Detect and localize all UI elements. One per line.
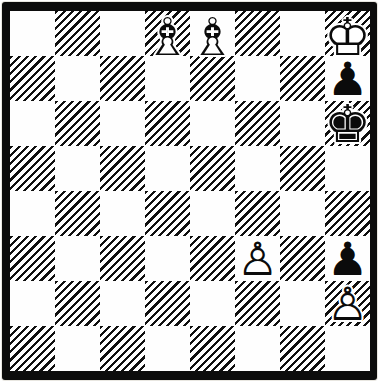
board-frame: ♝♗♝♗♚♔♟♟♚♚♟♙♟♟♟♙ bbox=[2, 2, 377, 380]
square-g3 bbox=[280, 236, 325, 281]
square-b4 bbox=[55, 191, 100, 236]
white-bishop-fill-icon: ♝ bbox=[190, 11, 235, 56]
square-g7 bbox=[280, 56, 325, 101]
white-bishop-icon: ♗ bbox=[190, 11, 235, 56]
square-a2 bbox=[10, 281, 55, 326]
square-a3 bbox=[10, 236, 55, 281]
black-pawn-icon: ♟ bbox=[325, 236, 370, 281]
square-f2 bbox=[235, 281, 280, 326]
white-pawn-fill-icon: ♟ bbox=[325, 281, 370, 326]
square-a1 bbox=[10, 326, 55, 371]
square-e2 bbox=[190, 281, 235, 326]
square-f1 bbox=[235, 326, 280, 371]
square-e6 bbox=[190, 101, 235, 146]
chess-board: ♝♗♝♗♚♔♟♟♚♚♟♙♟♟♟♙ bbox=[10, 11, 370, 371]
black-king-icon: ♚ bbox=[325, 101, 370, 146]
white-bishop-icon: ♗ bbox=[145, 11, 190, 56]
square-c7 bbox=[100, 56, 145, 101]
square-c4 bbox=[100, 191, 145, 236]
white-pawn-icon: ♙ bbox=[235, 236, 280, 281]
square-b3 bbox=[55, 236, 100, 281]
square-c5 bbox=[100, 146, 145, 191]
square-g4 bbox=[280, 191, 325, 236]
square-a5 bbox=[10, 146, 55, 191]
square-e5 bbox=[190, 146, 235, 191]
square-b1 bbox=[55, 326, 100, 371]
square-e7 bbox=[190, 56, 235, 101]
square-c1 bbox=[100, 326, 145, 371]
white-pawn-fill-icon: ♟ bbox=[235, 236, 280, 281]
square-b7 bbox=[55, 56, 100, 101]
square-g1 bbox=[280, 326, 325, 371]
square-f3: ♟♙ bbox=[235, 236, 280, 281]
black-pawn-fill-icon: ♟ bbox=[325, 236, 370, 281]
square-g2 bbox=[280, 281, 325, 326]
square-f6 bbox=[235, 101, 280, 146]
square-g8 bbox=[280, 11, 325, 56]
square-b2 bbox=[55, 281, 100, 326]
white-king-icon: ♔ bbox=[325, 11, 370, 56]
square-f7 bbox=[235, 56, 280, 101]
square-e4 bbox=[190, 191, 235, 236]
square-f5 bbox=[235, 146, 280, 191]
square-a7 bbox=[10, 56, 55, 101]
square-h2: ♟♙ bbox=[325, 281, 370, 326]
square-b5 bbox=[55, 146, 100, 191]
square-c8 bbox=[100, 11, 145, 56]
square-e1 bbox=[190, 326, 235, 371]
square-c6 bbox=[100, 101, 145, 146]
square-b6 bbox=[55, 101, 100, 146]
square-g6 bbox=[280, 101, 325, 146]
square-h3: ♟♟ bbox=[325, 236, 370, 281]
square-e8: ♝♗ bbox=[190, 11, 235, 56]
square-c3 bbox=[100, 236, 145, 281]
square-d6 bbox=[145, 101, 190, 146]
square-d2 bbox=[145, 281, 190, 326]
square-d7 bbox=[145, 56, 190, 101]
square-d8: ♝♗ bbox=[145, 11, 190, 56]
square-a6 bbox=[10, 101, 55, 146]
square-d5 bbox=[145, 146, 190, 191]
white-bishop-fill-icon: ♝ bbox=[145, 11, 190, 56]
square-f4 bbox=[235, 191, 280, 236]
square-h5 bbox=[325, 146, 370, 191]
black-pawn-icon: ♟ bbox=[325, 56, 370, 101]
square-h8: ♚♔ bbox=[325, 11, 370, 56]
square-e3 bbox=[190, 236, 235, 281]
black-pawn-fill-icon: ♟ bbox=[325, 56, 370, 101]
square-d4 bbox=[145, 191, 190, 236]
white-king-fill-icon: ♚ bbox=[325, 11, 370, 56]
square-f8 bbox=[235, 11, 280, 56]
square-h6: ♚♚ bbox=[325, 101, 370, 146]
white-pawn-icon: ♙ bbox=[325, 281, 370, 326]
square-a8 bbox=[10, 11, 55, 56]
black-king-fill-icon: ♚ bbox=[325, 101, 370, 146]
square-d1 bbox=[145, 326, 190, 371]
square-a4 bbox=[10, 191, 55, 236]
square-d3 bbox=[145, 236, 190, 281]
square-c2 bbox=[100, 281, 145, 326]
square-g5 bbox=[280, 146, 325, 191]
square-b8 bbox=[55, 11, 100, 56]
square-h7: ♟♟ bbox=[325, 56, 370, 101]
chess-diagram: ♝♗♝♗♚♔♟♟♚♚♟♙♟♟♟♙ bbox=[0, 0, 379, 382]
square-h4 bbox=[325, 191, 370, 236]
square-h1 bbox=[325, 326, 370, 371]
